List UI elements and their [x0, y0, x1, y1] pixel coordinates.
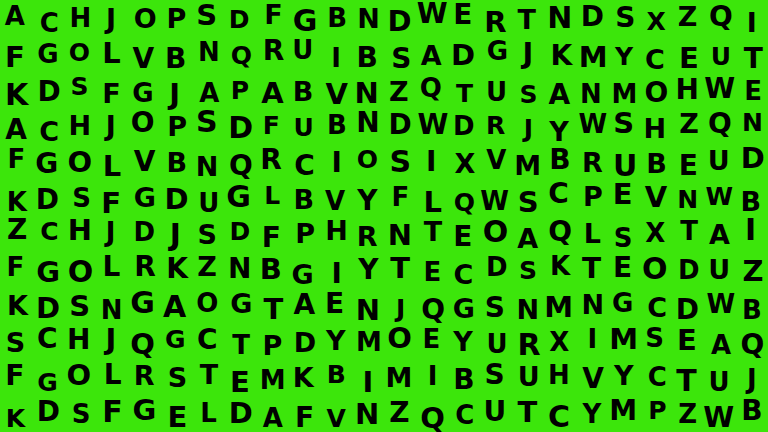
- grid-cell[interactable]: N: [577, 286, 609, 322]
- grid-cell[interactable]: O: [384, 320, 416, 356]
- grid-cell[interactable]: E: [607, 250, 639, 286]
- grid-cell[interactable]: Y: [608, 38, 640, 74]
- grid-cell[interactable]: L: [96, 148, 128, 184]
- grid-cell[interactable]: G: [607, 285, 639, 321]
- grid-cell[interactable]: I: [736, 4, 768, 40]
- grid-cell[interactable]: D: [33, 74, 65, 110]
- grid-cell[interactable]: D: [225, 110, 257, 146]
- grid-cell[interactable]: B: [641, 145, 673, 181]
- grid-cell[interactable]: C: [33, 113, 65, 149]
- grid-cell[interactable]: G: [31, 146, 63, 182]
- grid-cell[interactable]: T: [257, 291, 289, 327]
- grid-cell[interactable]: B: [321, 107, 353, 143]
- grid-cell[interactable]: N: [193, 34, 225, 70]
- grid-cell[interactable]: U: [703, 364, 735, 400]
- grid-cell[interactable]: J: [95, 107, 127, 143]
- grid-cell[interactable]: T: [511, 394, 543, 430]
- grid-cell[interactable]: J: [95, 214, 127, 250]
- grid-cell[interactable]: D: [32, 394, 64, 430]
- grid-cell[interactable]: C: [34, 213, 66, 249]
- grid-cell[interactable]: N: [736, 104, 768, 140]
- grid-cell[interactable]: Z: [672, 396, 704, 432]
- grid-cell[interactable]: T: [384, 250, 416, 286]
- grid-cell[interactable]: M: [608, 321, 640, 357]
- grid-cell[interactable]: N: [512, 291, 544, 327]
- grid-cell[interactable]: S: [191, 216, 223, 252]
- grid-cell[interactable]: D: [225, 395, 257, 431]
- grid-cell[interactable]: C: [31, 321, 63, 357]
- grid-cell[interactable]: P: [161, 108, 193, 144]
- grid-cell[interactable]: F: [255, 220, 287, 256]
- grid-cell[interactable]: S: [191, 0, 223, 33]
- grid-cell[interactable]: G: [159, 321, 191, 357]
- grid-cell[interactable]: E: [671, 322, 703, 358]
- grid-cell[interactable]: F: [255, 107, 287, 143]
- grid-cell[interactable]: B: [351, 40, 383, 76]
- grid-cell[interactable]: B: [321, 0, 353, 36]
- grid-cell[interactable]: S: [608, 105, 640, 141]
- grid-cell[interactable]: S: [479, 290, 511, 326]
- grid-cell[interactable]: Q: [225, 37, 257, 73]
- grid-cell[interactable]: M: [607, 393, 639, 429]
- grid-cell[interactable]: N: [672, 181, 704, 217]
- grid-cell[interactable]: B: [255, 251, 287, 287]
- grid-cell[interactable]: E: [607, 176, 639, 212]
- grid-cell[interactable]: X: [449, 145, 481, 181]
- grid-cell[interactable]: V: [480, 142, 512, 178]
- grid-cell[interactable]: P: [224, 72, 256, 108]
- grid-cell[interactable]: S: [66, 180, 98, 216]
- grid-cell[interactable]: Y: [608, 357, 640, 393]
- grid-cell[interactable]: D: [737, 140, 768, 176]
- grid-cell[interactable]: F: [0, 358, 31, 394]
- grid-cell[interactable]: X: [640, 3, 672, 39]
- grid-cell[interactable]: B: [161, 144, 193, 180]
- grid-cell[interactable]: D: [576, 0, 608, 35]
- grid-cell[interactable]: R: [577, 144, 609, 180]
- grid-cell[interactable]: K: [544, 248, 576, 284]
- grid-cell[interactable]: P: [289, 215, 321, 251]
- grid-cell[interactable]: E: [161, 399, 193, 432]
- grid-cell[interactable]: Y: [447, 323, 479, 359]
- grid-cell[interactable]: U: [481, 74, 513, 110]
- grid-cell[interactable]: A: [257, 400, 289, 432]
- grid-cell[interactable]: A: [543, 77, 575, 113]
- grid-cell[interactable]: L: [256, 177, 288, 213]
- grid-cell[interactable]: A: [415, 37, 447, 73]
- grid-cell[interactable]: N: [191, 148, 223, 184]
- grid-cell[interactable]: J: [159, 76, 191, 112]
- grid-cell[interactable]: P: [160, 0, 192, 36]
- grid-cell[interactable]: U: [513, 358, 545, 394]
- grid-cell[interactable]: C: [639, 41, 671, 77]
- grid-cell[interactable]: E: [673, 40, 705, 76]
- grid-cell[interactable]: O: [64, 144, 96, 180]
- grid-cell[interactable]: Y: [352, 252, 384, 288]
- grid-cell[interactable]: F: [1, 141, 33, 177]
- grid-cell[interactable]: Q: [737, 327, 768, 363]
- grid-cell[interactable]: F: [97, 394, 129, 430]
- grid-cell[interactable]: O: [65, 254, 97, 290]
- grid-cell[interactable]: M: [383, 359, 415, 395]
- grid-cell[interactable]: G: [128, 392, 160, 428]
- grid-cell[interactable]: T: [673, 213, 705, 249]
- grid-cell[interactable]: R: [129, 249, 161, 285]
- grid-cell[interactable]: L: [97, 357, 129, 393]
- grid-cell[interactable]: M: [577, 39, 609, 75]
- grid-cell[interactable]: Q: [415, 70, 447, 106]
- grid-cell[interactable]: S: [609, 0, 641, 36]
- grid-cell[interactable]: J: [736, 361, 768, 397]
- grid-cell[interactable]: G: [448, 290, 480, 326]
- grid-cell[interactable]: C: [289, 148, 321, 184]
- grid-cell[interactable]: S: [64, 68, 96, 104]
- grid-cell[interactable]: J: [512, 35, 544, 71]
- grid-cell[interactable]: M: [257, 362, 289, 398]
- grid-cell[interactable]: U: [705, 38, 737, 74]
- grid-cell[interactable]: Y: [352, 183, 384, 219]
- grid-cell[interactable]: H: [64, 107, 96, 143]
- grid-cell[interactable]: N: [544, 0, 576, 36]
- grid-cell[interactable]: D: [384, 3, 416, 39]
- grid-cell[interactable]: I: [321, 145, 353, 181]
- grid-cell[interactable]: C: [449, 397, 481, 432]
- grid-cell[interactable]: E: [447, 219, 479, 255]
- grid-cell[interactable]: S: [162, 359, 194, 395]
- grid-cell[interactable]: H: [63, 322, 95, 358]
- grid-cell[interactable]: Q: [417, 400, 449, 432]
- grid-cell[interactable]: Q: [705, 0, 737, 35]
- grid-cell[interactable]: S: [65, 396, 97, 432]
- grid-cell[interactable]: S: [191, 104, 223, 140]
- grid-cell[interactable]: Q: [544, 214, 576, 250]
- grid-cell[interactable]: U: [703, 251, 735, 287]
- grid-cell[interactable]: K: [0, 400, 31, 432]
- word-search-board: ACHJOPSDFGBNDWERTNDSXZQIFGOLVBNQRUIBSADG…: [0, 0, 768, 432]
- grid-cell[interactable]: D: [448, 108, 480, 144]
- grid-cell[interactable]: U: [479, 394, 511, 430]
- grid-cell[interactable]: B: [736, 393, 768, 429]
- grid-cell[interactable]: D: [384, 107, 416, 143]
- grid-cell[interactable]: G: [225, 285, 257, 321]
- grid-cell[interactable]: Y: [576, 396, 608, 432]
- grid-cell[interactable]: O: [191, 285, 223, 321]
- grid-cell[interactable]: O: [63, 357, 95, 393]
- grid-cell[interactable]: D: [128, 214, 160, 250]
- grid-cell[interactable]: R: [351, 218, 383, 254]
- grid-cell[interactable]: V: [127, 41, 159, 77]
- grid-cell[interactable]: H: [64, 212, 96, 248]
- grid-cell[interactable]: C: [543, 399, 575, 432]
- grid-cell[interactable]: O: [64, 34, 96, 70]
- grid-cell[interactable]: K: [287, 359, 319, 395]
- grid-cell[interactable]: F: [384, 179, 416, 215]
- grid-cell[interactable]: G: [32, 36, 64, 72]
- grid-cell[interactable]: T: [737, 41, 768, 77]
- grid-cell[interactable]: F: [96, 75, 128, 111]
- grid-cell[interactable]: W: [417, 107, 449, 143]
- grid-cell[interactable]: S: [384, 144, 416, 180]
- grid-cell[interactable]: Z: [383, 395, 415, 431]
- grid-cell[interactable]: S: [0, 324, 31, 360]
- grid-cell[interactable]: B: [448, 362, 480, 398]
- grid-cell[interactable]: S: [479, 357, 511, 393]
- grid-cell[interactable]: T: [576, 251, 608, 287]
- grid-cell[interactable]: H: [321, 212, 353, 248]
- grid-cell[interactable]: E: [447, 0, 479, 33]
- grid-cell[interactable]: A: [512, 220, 544, 256]
- grid-cell[interactable]: L: [193, 395, 225, 431]
- grid-cell[interactable]: J: [513, 110, 545, 146]
- grid-cell[interactable]: O: [129, 0, 161, 36]
- grid-cell[interactable]: O: [639, 251, 671, 287]
- grid-cell[interactable]: X: [543, 324, 575, 360]
- grid-cell[interactable]: D: [481, 249, 513, 285]
- grid-cell[interactable]: V: [577, 361, 609, 397]
- grid-cell[interactable]: F: [258, 0, 290, 32]
- grid-cell[interactable]: J: [159, 217, 191, 253]
- grid-cell[interactable]: R: [128, 357, 160, 393]
- grid-cell[interactable]: B: [320, 356, 352, 392]
- grid-cell[interactable]: P: [577, 178, 609, 214]
- grid-cell[interactable]: S: [512, 76, 544, 112]
- grid-cell[interactable]: G: [127, 285, 159, 321]
- grid-cell[interactable]: Q: [448, 184, 480, 220]
- grid-cell[interactable]: A: [159, 289, 191, 325]
- grid-cell[interactable]: Q: [704, 106, 736, 142]
- grid-cell[interactable]: I: [352, 364, 384, 400]
- grid-cell[interactable]: G: [32, 254, 64, 290]
- grid-cell[interactable]: D: [161, 181, 193, 217]
- grid-cell[interactable]: L: [95, 249, 127, 285]
- grid-cell[interactable]: K: [1, 77, 33, 113]
- grid-cell[interactable]: K: [161, 251, 193, 287]
- grid-cell[interactable]: T: [511, 1, 543, 37]
- grid-cell[interactable]: O: [351, 141, 383, 177]
- grid-cell[interactable]: U: [288, 109, 320, 145]
- grid-cell[interactable]: G: [481, 33, 513, 69]
- grid-cell[interactable]: P: [641, 392, 673, 428]
- grid-cell[interactable]: D: [447, 37, 479, 73]
- grid-cell[interactable]: D: [289, 324, 321, 360]
- grid-cell[interactable]: G: [223, 179, 255, 215]
- grid-cell[interactable]: O: [640, 75, 672, 111]
- grid-cell[interactable]: S: [512, 252, 544, 288]
- grid-cell[interactable]: N: [353, 0, 385, 36]
- grid-cell[interactable]: T: [671, 363, 703, 399]
- grid-cell[interactable]: R: [255, 142, 287, 178]
- grid-cell[interactable]: K: [545, 38, 577, 74]
- grid-cell[interactable]: I: [320, 40, 352, 76]
- grid-cell[interactable]: S: [639, 320, 671, 356]
- grid-cell[interactable]: H: [543, 357, 575, 393]
- grid-cell[interactable]: B: [736, 292, 768, 328]
- grid-cell[interactable]: B: [287, 73, 319, 109]
- grid-cell[interactable]: F: [289, 400, 321, 432]
- grid-cell[interactable]: U: [703, 142, 735, 178]
- grid-cell[interactable]: I: [576, 321, 608, 357]
- grid-cell[interactable]: T: [225, 327, 257, 363]
- grid-cell[interactable]: V: [640, 179, 672, 215]
- grid-cell[interactable]: U: [287, 32, 319, 68]
- grid-cell[interactable]: N: [352, 105, 384, 141]
- grid-cell[interactable]: W: [416, 0, 448, 32]
- grid-cell[interactable]: G: [129, 179, 161, 215]
- grid-cell[interactable]: W: [703, 178, 735, 214]
- grid-cell[interactable]: P: [256, 327, 288, 363]
- grid-cell[interactable]: Z: [191, 248, 223, 284]
- grid-cell[interactable]: J: [95, 321, 127, 357]
- grid-cell[interactable]: E: [672, 148, 704, 184]
- grid-cell[interactable]: A: [288, 287, 320, 323]
- grid-cell[interactable]: E: [417, 254, 449, 290]
- grid-cell[interactable]: H: [64, 0, 96, 36]
- grid-cell[interactable]: A: [256, 75, 288, 111]
- grid-cell[interactable]: D: [223, 1, 255, 37]
- grid-cell[interactable]: E: [737, 73, 768, 109]
- grid-cell[interactable]: N: [351, 396, 383, 432]
- grid-cell[interactable]: W: [703, 400, 735, 432]
- grid-cell[interactable]: W: [577, 106, 609, 142]
- grid-cell[interactable]: B: [288, 181, 320, 217]
- grid-cell[interactable]: W: [704, 71, 736, 107]
- grid-cell[interactable]: C: [448, 256, 480, 292]
- grid-cell[interactable]: T: [449, 75, 481, 111]
- grid-cell[interactable]: H: [639, 110, 671, 146]
- grid-cell[interactable]: I: [735, 212, 767, 248]
- grid-cell[interactable]: V: [129, 144, 161, 180]
- grid-cell[interactable]: D: [673, 252, 705, 288]
- grid-cell[interactable]: S: [64, 288, 96, 324]
- grid-cell[interactable]: S: [385, 41, 417, 77]
- grid-cell[interactable]: C: [191, 322, 223, 358]
- grid-cell[interactable]: O: [480, 214, 512, 250]
- grid-cell[interactable]: A: [705, 327, 737, 363]
- grid-cell[interactable]: L: [576, 215, 608, 251]
- grid-cell[interactable]: Z: [383, 73, 415, 109]
- grid-cell[interactable]: B: [544, 142, 576, 178]
- grid-cell[interactable]: S: [512, 184, 544, 220]
- grid-cell[interactable]: E: [415, 321, 447, 357]
- grid-cell[interactable]: A: [0, 0, 31, 34]
- grid-cell[interactable]: A: [704, 216, 736, 252]
- grid-cell[interactable]: C: [543, 176, 575, 212]
- grid-cell[interactable]: W: [705, 286, 737, 322]
- grid-cell[interactable]: F: [0, 39, 31, 75]
- grid-cell[interactable]: J: [95, 0, 127, 36]
- grid-cell[interactable]: M: [512, 147, 544, 183]
- grid-cell[interactable]: X: [639, 215, 671, 251]
- grid-cell[interactable]: O: [127, 105, 159, 141]
- grid-cell[interactable]: Z: [1, 212, 33, 248]
- grid-cell[interactable]: N: [224, 251, 256, 287]
- grid-cell[interactable]: Z: [673, 105, 705, 141]
- grid-cell[interactable]: I: [415, 144, 447, 180]
- grid-cell[interactable]: N: [384, 217, 416, 253]
- grid-cell[interactable]: I: [417, 358, 449, 394]
- grid-cell[interactable]: H: [671, 72, 703, 108]
- grid-cell[interactable]: V: [320, 400, 352, 432]
- grid-cell[interactable]: C: [641, 359, 673, 395]
- grid-cell[interactable]: K: [1, 287, 33, 323]
- grid-cell[interactable]: E: [319, 286, 351, 322]
- grid-cell[interactable]: L: [96, 35, 128, 71]
- grid-cell[interactable]: R: [480, 107, 512, 143]
- grid-cell[interactable]: M: [543, 289, 575, 325]
- grid-cell[interactable]: B: [160, 41, 192, 77]
- grid-cell[interactable]: F: [0, 249, 32, 285]
- grid-cell[interactable]: T: [193, 356, 225, 392]
- grid-cell[interactable]: Z: [737, 253, 768, 289]
- grid-cell[interactable]: R: [258, 33, 290, 69]
- grid-cell[interactable]: T: [417, 213, 449, 249]
- grid-cell[interactable]: D: [224, 213, 256, 249]
- grid-cell[interactable]: M: [353, 324, 385, 360]
- grid-cell[interactable]: Y: [320, 322, 352, 358]
- grid-cell[interactable]: R: [513, 327, 545, 363]
- grid-cell[interactable]: Z: [672, 0, 704, 34]
